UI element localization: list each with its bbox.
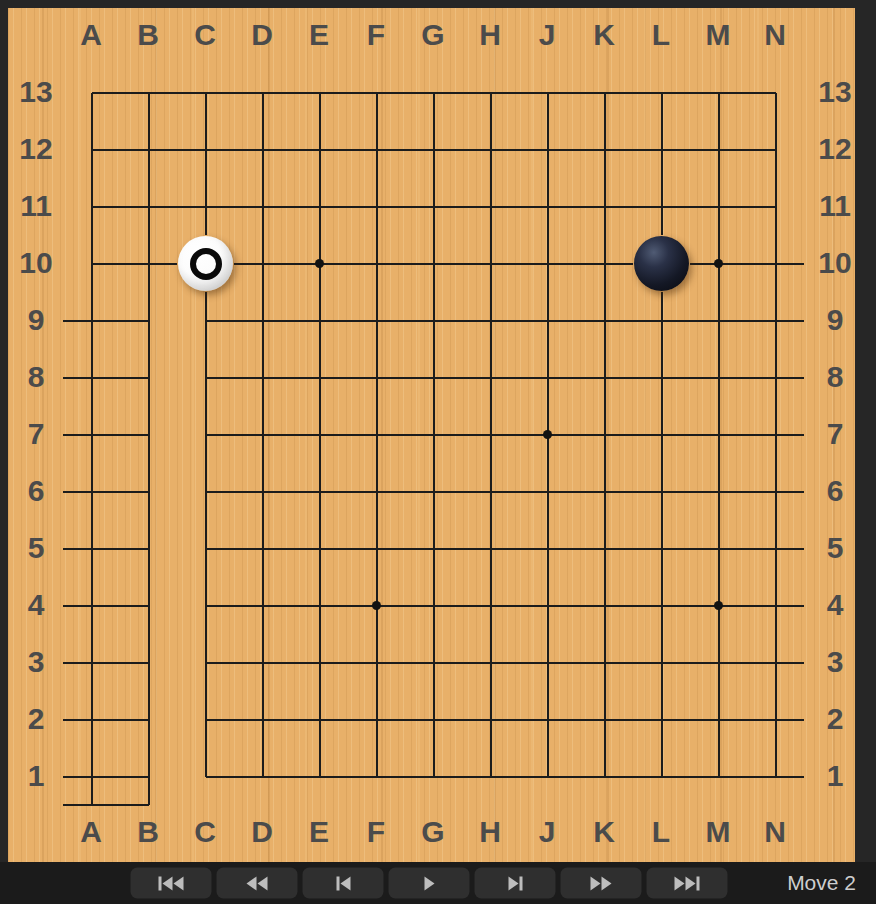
grid-line-v (661, 463, 663, 520)
point-F12[interactable] (348, 121, 405, 178)
row-label-right-5: 5 (807, 528, 863, 568)
point-L4[interactable] (747, 577, 804, 634)
point-A3[interactable] (177, 634, 234, 691)
point-G2[interactable] (519, 691, 576, 748)
point-B5[interactable] (234, 520, 291, 577)
grid-line-v (91, 748, 93, 805)
grid-line-v (775, 178, 777, 235)
point-A12[interactable] (63, 121, 120, 178)
row-label-left-13: 13 (8, 72, 64, 112)
icon-shape (336, 876, 339, 890)
point-M9[interactable] (63, 349, 120, 406)
row-label-right-7: 7 (807, 414, 863, 454)
point-M10[interactable] (63, 292, 120, 349)
point-A8[interactable] (177, 349, 234, 406)
point-F5[interactable] (462, 520, 519, 577)
point-G12[interactable] (405, 121, 462, 178)
point-J8[interactable] (633, 349, 690, 406)
point-H6[interactable] (576, 463, 633, 520)
point-E13[interactable] (291, 64, 348, 121)
point-M7[interactable] (63, 463, 120, 520)
point-E6[interactable] (405, 463, 462, 520)
step-backward-icon (336, 876, 350, 890)
grid-line-v (148, 634, 150, 691)
point-H12[interactable] (462, 121, 519, 178)
column-label-bottom-K: K (576, 812, 632, 852)
point-L1[interactable] (747, 748, 804, 805)
grid-line-v (547, 748, 549, 777)
point-F11[interactable] (348, 178, 405, 235)
point-A6[interactable] (177, 463, 234, 520)
grid-line-v (775, 463, 777, 520)
point-A7[interactable] (177, 406, 234, 463)
grid-line-v (319, 463, 321, 520)
point-H11[interactable] (462, 178, 519, 235)
point-B7[interactable] (234, 406, 291, 463)
row-label-right-8: 8 (807, 357, 863, 397)
point-M4[interactable] (63, 634, 120, 691)
point-E4[interactable] (405, 577, 462, 634)
grid-line-h (206, 605, 235, 607)
grid-line-v (319, 634, 321, 691)
point-E11[interactable] (291, 178, 348, 235)
point-J9[interactable] (633, 292, 690, 349)
fast-backward-button[interactable] (217, 868, 298, 899)
point-C1[interactable] (291, 748, 348, 805)
grid-line-v (718, 634, 720, 691)
grid-line-v (91, 178, 93, 235)
point-H10[interactable] (519, 235, 576, 292)
grid-line-h (92, 92, 121, 94)
grid-line-v (205, 93, 207, 122)
grid-line-v (547, 349, 549, 406)
point-N10[interactable] (120, 292, 177, 349)
point-F8[interactable] (462, 349, 519, 406)
point-C2[interactable] (291, 691, 348, 748)
point-J1[interactable] (633, 748, 690, 805)
point-H2[interactable] (576, 691, 633, 748)
point-D7[interactable] (348, 406, 405, 463)
point-F10[interactable] (405, 235, 462, 292)
icon-shape (508, 876, 518, 890)
point-N5[interactable] (120, 577, 177, 634)
point-M5[interactable] (63, 577, 120, 634)
grid-line-v (91, 292, 93, 349)
point-D13[interactable] (234, 64, 291, 121)
row-label-right-6: 6 (807, 471, 863, 511)
grid-line-v (262, 235, 264, 292)
row-label-right-9: 9 (807, 300, 863, 340)
icon-shape (163, 876, 173, 890)
point-B9[interactable] (234, 292, 291, 349)
grid-line-v (148, 691, 150, 748)
point-N11[interactable] (747, 178, 804, 235)
point-K5[interactable] (690, 520, 747, 577)
point-N4[interactable] (120, 634, 177, 691)
grid-line-v (604, 406, 606, 463)
point-C5[interactable] (291, 520, 348, 577)
grid-line-h (92, 149, 121, 151)
point-N2[interactable] (120, 748, 177, 805)
point-D9[interactable] (348, 292, 405, 349)
grid-line-v (205, 349, 207, 406)
point-C7[interactable] (291, 406, 348, 463)
grid-line-v (775, 121, 777, 178)
grid-line-v (490, 577, 492, 634)
point-B10[interactable] (120, 235, 177, 292)
grid-line-v (775, 634, 777, 691)
point-G6[interactable] (519, 463, 576, 520)
grid-line-v (661, 292, 663, 349)
skip-to-start-icon (159, 876, 184, 890)
grid-line-v (490, 520, 492, 577)
point-A2[interactable] (177, 691, 234, 748)
grid-line-v (262, 406, 264, 463)
grid-line-h (206, 320, 235, 322)
grid-line-v (148, 577, 150, 634)
row-label-right-10: 10 (807, 243, 863, 283)
grid-line-v (319, 349, 321, 406)
point-E5[interactable] (405, 520, 462, 577)
grid-line-v (433, 406, 435, 463)
point-F1[interactable] (462, 748, 519, 805)
grid-line-v (262, 292, 264, 349)
point-L12[interactable] (633, 121, 690, 178)
point-K10[interactable] (690, 235, 747, 292)
point-G9[interactable] (519, 292, 576, 349)
last-move-circle-marker (190, 248, 222, 280)
point-A4[interactable] (177, 577, 234, 634)
point-J11[interactable] (519, 178, 576, 235)
point-C8[interactable] (291, 349, 348, 406)
point-F3[interactable] (462, 634, 519, 691)
star-point-G7 (543, 430, 552, 439)
point-B3[interactable] (234, 634, 291, 691)
grid-line-v (91, 121, 93, 178)
point-J13[interactable] (519, 64, 576, 121)
point-A1[interactable] (177, 748, 234, 805)
point-N8[interactable] (120, 406, 177, 463)
point-E2[interactable] (405, 691, 462, 748)
point-K11[interactable] (576, 178, 633, 235)
point-B13[interactable] (120, 64, 177, 121)
point-B12[interactable] (120, 121, 177, 178)
icon-shape (247, 876, 257, 890)
point-C9[interactable] (291, 292, 348, 349)
grid-line-v (319, 406, 321, 463)
point-E8[interactable] (405, 349, 462, 406)
point-K12[interactable] (576, 121, 633, 178)
point-B6[interactable] (234, 463, 291, 520)
point-A9[interactable] (177, 292, 234, 349)
point-F9[interactable] (462, 292, 519, 349)
point-N13[interactable] (747, 64, 804, 121)
point-E10[interactable] (348, 235, 405, 292)
point-D3[interactable] (348, 634, 405, 691)
point-D6[interactable] (348, 463, 405, 520)
point-B1[interactable] (234, 748, 291, 805)
point-L3[interactable] (747, 634, 804, 691)
grid-line-v (661, 520, 663, 577)
point-J6[interactable] (633, 463, 690, 520)
point-D10[interactable] (291, 235, 348, 292)
point-N9[interactable] (120, 349, 177, 406)
point-C13[interactable] (177, 64, 234, 121)
column-label-top-M: M (690, 15, 746, 55)
point-J4[interactable] (633, 577, 690, 634)
play-button[interactable] (389, 868, 470, 899)
point-D8[interactable] (348, 349, 405, 406)
point-G5[interactable] (519, 520, 576, 577)
point-E3[interactable] (405, 634, 462, 691)
column-label-bottom-J: J (519, 812, 575, 852)
grid-line-h (120, 434, 149, 436)
row-label-right-11: 11 (807, 186, 863, 226)
point-K2[interactable] (690, 691, 747, 748)
fast-forward-icon (591, 876, 612, 890)
point-B4[interactable] (234, 577, 291, 634)
grid-line-v (718, 463, 720, 520)
grid-line-v (91, 577, 93, 634)
row-label-left-7: 7 (8, 414, 64, 454)
grid-line-v (547, 691, 549, 748)
point-L11[interactable] (633, 178, 690, 235)
point-A13[interactable] (63, 64, 120, 121)
column-label-bottom-M: M (690, 812, 746, 852)
point-B11[interactable] (120, 178, 177, 235)
point-M8[interactable] (63, 406, 120, 463)
grid-line-h (206, 491, 235, 493)
grid-line-v (148, 93, 150, 122)
last-move-button[interactable] (647, 868, 728, 899)
grid-line-v (262, 93, 264, 122)
point-H5[interactable] (576, 520, 633, 577)
point-H7[interactable] (576, 406, 633, 463)
grid-line-h (206, 434, 235, 436)
point-L2[interactable] (747, 691, 804, 748)
black-stone-L10 (634, 236, 689, 291)
row-label-right-2: 2 (807, 699, 863, 739)
grid-line-v (547, 292, 549, 349)
grid-line-v (718, 178, 720, 235)
grid-line-v (433, 634, 435, 691)
grid-line-v (376, 178, 378, 235)
grid-line-v (91, 235, 93, 292)
point-G7[interactable] (519, 406, 576, 463)
grid-line-v (433, 748, 435, 777)
point-M2[interactable] (63, 748, 120, 805)
grid-line-h (747, 92, 776, 94)
point-F2[interactable] (462, 691, 519, 748)
point-C12[interactable] (177, 121, 234, 178)
point-B8[interactable] (234, 349, 291, 406)
row-label-right-12: 12 (807, 129, 863, 169)
point-F4[interactable] (462, 577, 519, 634)
point-H1[interactable] (576, 748, 633, 805)
point-K6[interactable] (690, 463, 747, 520)
grid-line-v (319, 121, 321, 178)
move-counter: Move 2 (787, 871, 856, 895)
grid-line-v (433, 349, 435, 406)
point-G8[interactable] (519, 349, 576, 406)
row-label-right-3: 3 (807, 642, 863, 682)
point-F6[interactable] (462, 463, 519, 520)
point-C10[interactable] (234, 235, 291, 292)
first-move-button[interactable] (131, 868, 212, 899)
column-label-top-D: D (234, 15, 290, 55)
point-K7[interactable] (690, 406, 747, 463)
point-C6[interactable] (291, 463, 348, 520)
point-C3[interactable] (291, 634, 348, 691)
point-J3[interactable] (633, 634, 690, 691)
grid-line-v (205, 634, 207, 691)
grid-line-h (120, 662, 149, 664)
point-G4[interactable] (519, 577, 576, 634)
grid-line-v (661, 748, 663, 777)
point-L7[interactable] (747, 406, 804, 463)
grid-line-v (661, 93, 663, 122)
point-H4[interactable] (576, 577, 633, 634)
row-label-left-10: 10 (8, 243, 64, 283)
board-grid (63, 64, 804, 805)
point-G1[interactable] (519, 748, 576, 805)
point-C4[interactable] (291, 577, 348, 634)
point-L9[interactable] (747, 292, 804, 349)
grid-line-h (206, 662, 235, 664)
point-J10[interactable] (576, 235, 633, 292)
grid-line-v (718, 406, 720, 463)
grid-line-v (490, 178, 492, 235)
point-G10[interactable] (462, 235, 519, 292)
row-label-left-2: 2 (8, 699, 64, 739)
point-M6[interactable] (63, 520, 120, 577)
row-label-left-11: 11 (8, 186, 64, 226)
grid-line-h (120, 605, 149, 607)
grid-line-v (91, 93, 93, 122)
fast-forward-button[interactable] (561, 868, 642, 899)
go-game-viewer: AABBCCDDEEFFGGHHJJKKLLMMNN13131212111110… (0, 0, 876, 904)
grid-line-v (547, 634, 549, 691)
point-K4[interactable] (690, 577, 747, 634)
point-H3[interactable] (576, 634, 633, 691)
point-B2[interactable] (234, 691, 291, 748)
point-M12[interactable] (690, 121, 747, 178)
grid-line-v (262, 634, 264, 691)
point-G13[interactable] (405, 64, 462, 121)
point-J12[interactable] (519, 121, 576, 178)
point-K3[interactable] (690, 634, 747, 691)
column-label-bottom-E: E (291, 812, 347, 852)
grid-line-h (120, 804, 149, 806)
point-D11[interactable] (234, 178, 291, 235)
step-forward-button[interactable] (475, 868, 556, 899)
point-C11[interactable] (177, 178, 234, 235)
point-J7[interactable] (633, 406, 690, 463)
grid-line-v (604, 292, 606, 349)
row-label-left-6: 6 (8, 471, 64, 511)
point-L6[interactable] (747, 463, 804, 520)
grid-line-v (376, 121, 378, 178)
grid-line-v (91, 406, 93, 463)
grid-line-v (433, 691, 435, 748)
point-M11[interactable] (690, 178, 747, 235)
grid-line-v (661, 691, 663, 748)
star-point-D10 (315, 259, 324, 268)
point-J5[interactable] (633, 520, 690, 577)
column-label-top-K: K (576, 15, 632, 55)
point-G3[interactable] (519, 634, 576, 691)
point-F13[interactable] (348, 64, 405, 121)
grid-line-v (547, 577, 549, 634)
point-E12[interactable] (291, 121, 348, 178)
point-G11[interactable] (405, 178, 462, 235)
row-label-right-4: 4 (807, 585, 863, 625)
point-H9[interactable] (576, 292, 633, 349)
point-E1[interactable] (405, 748, 462, 805)
point-M13[interactable] (690, 64, 747, 121)
point-N3[interactable] (120, 691, 177, 748)
row-label-left-4: 4 (8, 585, 64, 625)
point-E7[interactable] (405, 406, 462, 463)
point-A5[interactable] (177, 520, 234, 577)
icon-shape (602, 876, 612, 890)
row-label-right-13: 13 (807, 72, 863, 112)
point-A10[interactable] (63, 235, 120, 292)
point-A11[interactable] (63, 178, 120, 235)
go-board: AABBCCDDEEFFGGHHJJKKLLMMNN13131212111110… (8, 8, 855, 862)
point-N12[interactable] (747, 121, 804, 178)
grid-line-v (376, 235, 378, 292)
icon-shape (174, 876, 184, 890)
grid-line-v (376, 292, 378, 349)
column-label-top-L: L (633, 15, 689, 55)
point-K9[interactable] (690, 292, 747, 349)
point-H13[interactable] (462, 64, 519, 121)
point-M3[interactable] (63, 691, 120, 748)
grid-line-v (490, 691, 492, 748)
point-J2[interactable] (633, 691, 690, 748)
grid-line-v (604, 520, 606, 577)
point-D1[interactable] (348, 748, 405, 805)
point-D12[interactable] (234, 121, 291, 178)
grid-line-v (775, 406, 777, 463)
point-L10[interactable] (747, 235, 804, 292)
grid-line-v (490, 292, 492, 349)
column-label-bottom-A: A (63, 812, 119, 852)
step-backward-button[interactable] (303, 868, 384, 899)
point-F7[interactable] (462, 406, 519, 463)
grid-line-v (661, 634, 663, 691)
point-L8[interactable] (747, 349, 804, 406)
point-L5[interactable] (747, 520, 804, 577)
grid-line-v (604, 93, 606, 122)
point-N6[interactable] (120, 520, 177, 577)
grid-line-v (433, 121, 435, 178)
grid-line-v (262, 463, 264, 520)
icon-shape (258, 876, 268, 890)
point-H8[interactable] (576, 349, 633, 406)
point-D2[interactable] (348, 691, 405, 748)
point-E9[interactable] (405, 292, 462, 349)
point-D4[interactable] (348, 577, 405, 634)
point-L13[interactable] (633, 64, 690, 121)
point-N7[interactable] (120, 463, 177, 520)
point-K8[interactable] (690, 349, 747, 406)
point-K1[interactable] (690, 748, 747, 805)
grid-line-v (775, 691, 777, 748)
point-D5[interactable] (348, 520, 405, 577)
point-K13[interactable] (576, 64, 633, 121)
